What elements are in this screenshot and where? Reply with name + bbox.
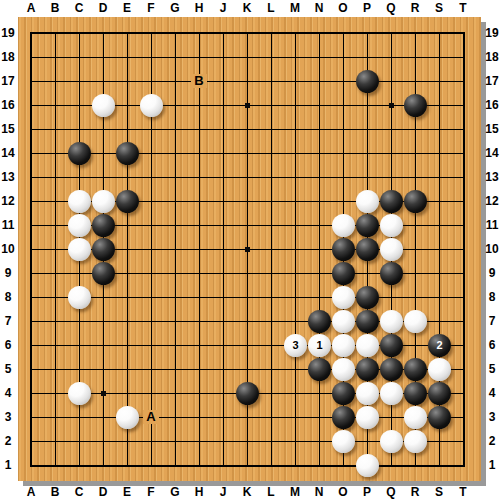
row-label-left-9: 9	[0, 266, 16, 280]
col-label-top-K: K	[239, 1, 255, 15]
row-label-left-18: 18	[0, 50, 16, 64]
col-label-bottom-K: K	[239, 485, 255, 499]
stone-white-P3[interactable]	[356, 406, 379, 429]
stone-white-C12[interactable]	[68, 190, 91, 213]
row-label-right-16: 16	[484, 98, 500, 112]
col-label-top-F: F	[143, 1, 159, 15]
star-point-Q16	[389, 103, 394, 108]
row-label-right-8: 8	[484, 290, 500, 304]
col-label-bottom-J: J	[215, 485, 231, 499]
row-label-left-14: 14	[0, 146, 16, 160]
col-label-top-D: D	[95, 1, 111, 15]
col-label-top-B: B	[47, 1, 63, 15]
mark-A[interactable]: A	[143, 410, 159, 424]
row-label-right-10: 10	[484, 242, 500, 256]
stone-white-P12[interactable]	[356, 190, 379, 213]
col-label-bottom-H: H	[191, 485, 207, 499]
col-label-bottom-B: B	[47, 485, 63, 499]
col-label-top-A: A	[23, 1, 39, 15]
row-label-left-4: 4	[0, 386, 16, 400]
row-label-left-12: 12	[0, 194, 16, 208]
stone-black-S3[interactable]	[428, 406, 451, 429]
stone-black-S6[interactable]: 2	[428, 334, 451, 357]
stone-black-D11[interactable]	[92, 214, 115, 237]
col-label-bottom-E: E	[119, 485, 135, 499]
stone-white-O5[interactable]	[332, 358, 355, 381]
row-label-right-6: 6	[484, 338, 500, 352]
stone-black-R12[interactable]	[404, 190, 427, 213]
row-label-left-8: 8	[0, 290, 16, 304]
col-label-bottom-T: T	[455, 485, 471, 499]
row-label-right-15: 15	[484, 122, 500, 136]
row-label-left-16: 16	[0, 98, 16, 112]
col-label-top-P: P	[359, 1, 375, 15]
col-label-top-H: H	[191, 1, 207, 15]
stone-white-C10[interactable]	[68, 238, 91, 261]
star-point-D4	[101, 391, 106, 396]
stone-white-C11[interactable]	[68, 214, 91, 237]
star-point-K16	[245, 103, 250, 108]
col-label-top-L: L	[263, 1, 279, 15]
stone-black-R4[interactable]	[404, 382, 427, 405]
row-label-left-6: 6	[0, 338, 16, 352]
col-label-bottom-M: M	[287, 485, 303, 499]
col-label-top-S: S	[431, 1, 447, 15]
board[interactable]: 312BA	[18, 17, 481, 481]
col-label-bottom-O: O	[335, 485, 351, 499]
row-label-right-1: 1	[484, 458, 500, 472]
stone-white-E3[interactable]	[116, 406, 139, 429]
row-label-right-13: 13	[484, 170, 500, 184]
stone-black-S4[interactable]	[428, 382, 451, 405]
col-label-bottom-G: G	[167, 485, 183, 499]
stone-white-R7[interactable]	[404, 310, 427, 333]
stone-white-Q10[interactable]	[380, 238, 403, 261]
stone-black-P8[interactable]	[356, 286, 379, 309]
stone-white-R2[interactable]	[404, 430, 427, 453]
col-label-top-M: M	[287, 1, 303, 15]
stone-white-S5[interactable]	[428, 358, 451, 381]
stone-black-N5[interactable]	[308, 358, 331, 381]
stone-white-O8[interactable]	[332, 286, 355, 309]
stone-white-C8[interactable]	[68, 286, 91, 309]
stone-white-O11[interactable]	[332, 214, 355, 237]
col-label-bottom-P: P	[359, 485, 375, 499]
row-label-left-13: 13	[0, 170, 16, 184]
row-label-left-5: 5	[0, 362, 16, 376]
col-label-bottom-N: N	[311, 485, 327, 499]
row-label-right-19: 19	[484, 26, 500, 40]
row-label-left-2: 2	[0, 434, 16, 448]
stone-black-O3[interactable]	[332, 406, 355, 429]
stone-black-D10[interactable]	[92, 238, 115, 261]
move-number-3: 3	[284, 334, 307, 357]
row-label-right-4: 4	[484, 386, 500, 400]
stone-white-D16[interactable]	[92, 94, 115, 117]
col-label-bottom-F: F	[143, 485, 159, 499]
stone-white-Q7[interactable]	[380, 310, 403, 333]
mark-B[interactable]: B	[191, 74, 207, 88]
row-label-left-17: 17	[0, 74, 16, 88]
stone-white-O2[interactable]	[332, 430, 355, 453]
stone-black-Q5[interactable]	[380, 358, 403, 381]
col-label-bottom-C: C	[71, 485, 87, 499]
goban: 312BA AABBCCDDEEFFGGHHJJKKLLMMNNOOPPQQRR…	[0, 0, 500, 500]
row-label-right-17: 17	[484, 74, 500, 88]
row-label-right-3: 3	[484, 410, 500, 424]
col-label-bottom-Q: Q	[383, 485, 399, 499]
stone-black-C14[interactable]	[68, 142, 91, 165]
col-label-top-O: O	[335, 1, 351, 15]
stone-white-Q2[interactable]	[380, 430, 403, 453]
stone-white-O7[interactable]	[332, 310, 355, 333]
stone-black-D9[interactable]	[92, 262, 115, 285]
col-label-top-Q: Q	[383, 1, 399, 15]
col-label-bottom-D: D	[95, 485, 111, 499]
stone-black-Q9[interactable]	[380, 262, 403, 285]
stone-black-Q12[interactable]	[380, 190, 403, 213]
row-label-right-11: 11	[484, 218, 500, 232]
col-label-bottom-S: S	[431, 485, 447, 499]
stone-black-R16[interactable]	[404, 94, 427, 117]
col-label-bottom-A: A	[23, 485, 39, 499]
move-number-1: 1	[308, 334, 331, 357]
row-label-right-9: 9	[484, 266, 500, 280]
row-label-left-19: 19	[0, 26, 16, 40]
row-label-right-12: 12	[484, 194, 500, 208]
stone-black-O9[interactable]	[332, 262, 355, 285]
stone-black-O4[interactable]	[332, 382, 355, 405]
stone-black-P7[interactable]	[356, 310, 379, 333]
stone-white-N6[interactable]: 1	[308, 334, 331, 357]
stone-white-Q11[interactable]	[380, 214, 403, 237]
stone-black-Q6[interactable]	[380, 334, 403, 357]
col-label-bottom-R: R	[407, 485, 423, 499]
stone-black-P11[interactable]	[356, 214, 379, 237]
stone-black-R5[interactable]	[404, 358, 427, 381]
stone-black-E12[interactable]	[116, 190, 139, 213]
row-label-left-15: 15	[0, 122, 16, 136]
stone-black-N7[interactable]	[308, 310, 331, 333]
row-label-right-18: 18	[484, 50, 500, 64]
row-label-right-7: 7	[484, 314, 500, 328]
stone-black-P17[interactable]	[356, 70, 379, 93]
stone-black-P5[interactable]	[356, 358, 379, 381]
row-label-left-1: 1	[0, 458, 16, 472]
stone-white-R3[interactable]	[404, 406, 427, 429]
stone-black-K4[interactable]	[236, 382, 259, 405]
stone-white-F16[interactable]	[140, 94, 163, 117]
stone-white-P6[interactable]	[356, 334, 379, 357]
col-label-top-R: R	[407, 1, 423, 15]
stone-white-M6[interactable]: 3	[284, 334, 307, 357]
col-label-top-N: N	[311, 1, 327, 15]
stone-black-E14[interactable]	[116, 142, 139, 165]
stone-white-P4[interactable]	[356, 382, 379, 405]
col-label-top-C: C	[71, 1, 87, 15]
stone-white-P1[interactable]	[356, 454, 379, 477]
move-number-2: 2	[428, 334, 451, 357]
row-label-left-11: 11	[0, 218, 16, 232]
stone-white-C4[interactable]	[68, 382, 91, 405]
stone-black-O10[interactable]	[332, 238, 355, 261]
row-label-right-5: 5	[484, 362, 500, 376]
col-label-top-E: E	[119, 1, 135, 15]
col-label-top-T: T	[455, 1, 471, 15]
row-label-left-3: 3	[0, 410, 16, 424]
col-label-top-G: G	[167, 1, 183, 15]
row-label-right-14: 14	[484, 146, 500, 160]
col-label-top-J: J	[215, 1, 231, 15]
stone-black-P10[interactable]	[356, 238, 379, 261]
stone-white-Q4[interactable]	[380, 382, 403, 405]
stone-white-D12[interactable]	[92, 190, 115, 213]
row-label-right-2: 2	[484, 434, 500, 448]
row-label-left-10: 10	[0, 242, 16, 256]
stone-white-O6[interactable]	[332, 334, 355, 357]
star-point-K10	[245, 247, 250, 252]
row-label-left-7: 7	[0, 314, 16, 328]
col-label-bottom-L: L	[263, 485, 279, 499]
